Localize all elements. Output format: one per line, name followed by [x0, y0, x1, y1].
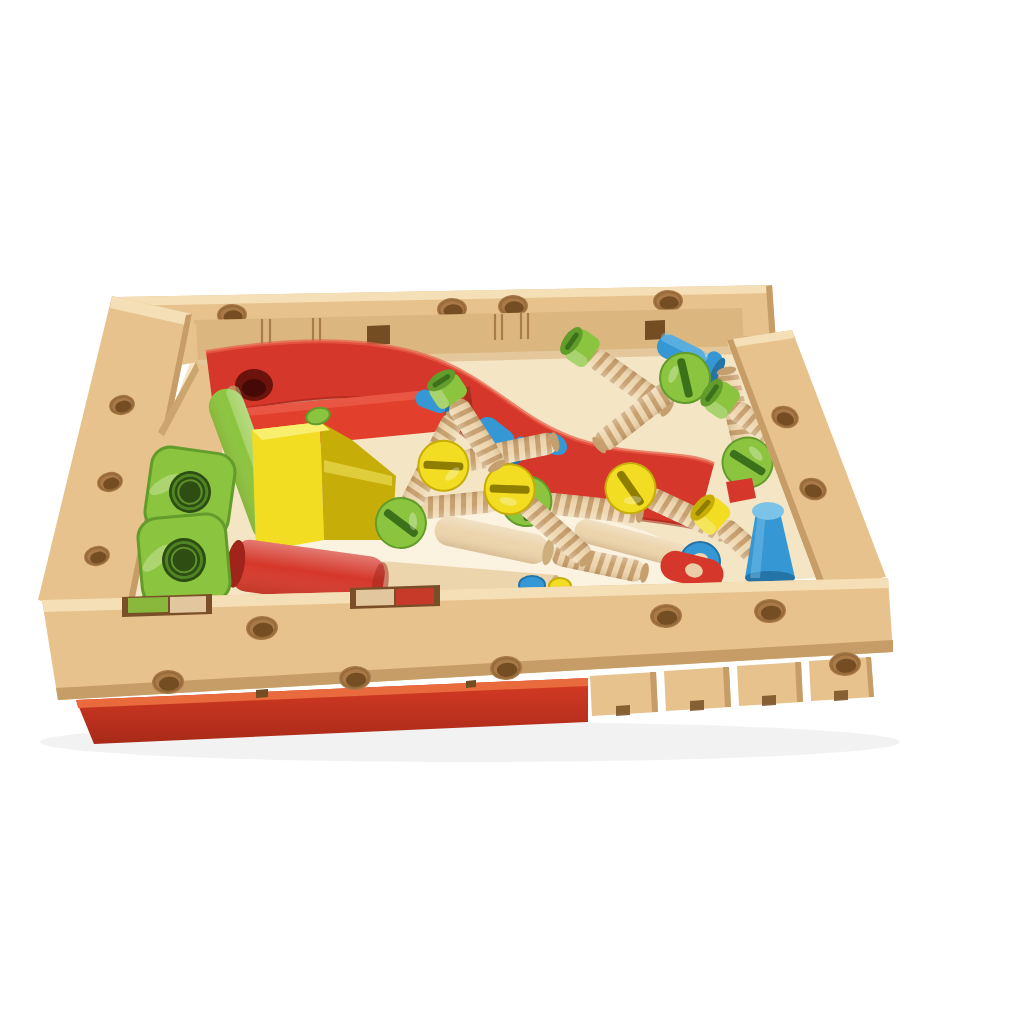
- rail-notch: [122, 594, 212, 617]
- photo-canvas: [0, 0, 1024, 1024]
- tray-notch: [256, 689, 268, 698]
- toolbox-photo: [0, 0, 1024, 1024]
- green-screw-nut: [135, 512, 232, 607]
- tray-notch: [466, 680, 476, 688]
- rail-notch: [350, 585, 440, 609]
